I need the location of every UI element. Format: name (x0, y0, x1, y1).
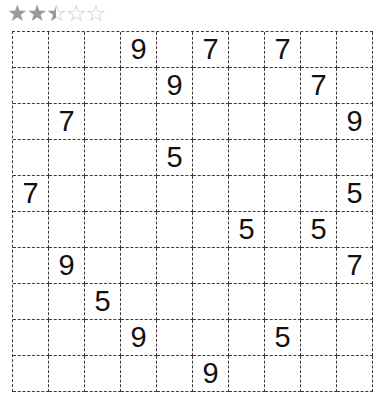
cell-r2c5[interactable]: 9 (157, 68, 193, 104)
cell-r3c2[interactable]: 7 (49, 104, 85, 140)
given-digit: 5 (310, 212, 326, 247)
cell-r1c2[interactable] (49, 32, 85, 68)
cell-r5c7[interactable] (229, 176, 265, 212)
cell-r5c6[interactable] (193, 176, 229, 212)
cell-r9c3[interactable] (85, 320, 121, 356)
cell-r4c2[interactable] (49, 140, 85, 176)
given-digit: 9 (130, 320, 146, 355)
cell-r7c3[interactable] (85, 248, 121, 284)
cell-r3c9[interactable] (301, 104, 337, 140)
cell-r4c4[interactable] (121, 140, 157, 176)
star-full-icon: ★ (7, 1, 27, 25)
cell-r1c9[interactable] (301, 32, 337, 68)
star-half-fill: ★ (46, 1, 56, 25)
cell-r6c6[interactable] (193, 212, 229, 248)
cell-r5c2[interactable] (49, 176, 85, 212)
cell-r9c7[interactable] (229, 320, 265, 356)
cell-r5c9[interactable] (301, 176, 337, 212)
cell-r4c7[interactable] (229, 140, 265, 176)
cell-r7c2[interactable]: 9 (49, 248, 85, 284)
cell-r5c3[interactable] (85, 176, 121, 212)
cell-r9c9[interactable] (301, 320, 337, 356)
cell-r1c5[interactable] (157, 32, 193, 68)
given-digit: 5 (274, 320, 290, 355)
cell-r1c6[interactable]: 7 (193, 32, 229, 68)
cell-r1c7[interactable] (229, 32, 265, 68)
cell-r9c2[interactable] (49, 320, 85, 356)
cell-r6c4[interactable] (121, 212, 157, 248)
given-digit: 7 (310, 68, 326, 103)
cell-r9c4[interactable]: 9 (121, 320, 157, 356)
cell-r3c3[interactable] (85, 104, 121, 140)
cell-r8c8[interactable] (265, 284, 301, 320)
cell-r4c6[interactable] (193, 140, 229, 176)
cell-r2c7[interactable] (229, 68, 265, 104)
cell-r7c7[interactable] (229, 248, 265, 284)
cell-r8c4[interactable] (121, 284, 157, 320)
cell-r8c3[interactable]: 5 (85, 284, 121, 320)
star-half-icon: ☆★ (46, 1, 66, 25)
cell-r10c10[interactable] (337, 356, 373, 392)
given-digit: 5 (94, 284, 110, 319)
cell-r3c1[interactable] (13, 104, 49, 140)
cell-r5c10[interactable]: 5 (337, 176, 373, 212)
cell-r4c9[interactable] (301, 140, 337, 176)
cell-r3c5[interactable] (157, 104, 193, 140)
cell-r4c3[interactable] (85, 140, 121, 176)
cell-r7c4[interactable] (121, 248, 157, 284)
cell-r3c10[interactable]: 9 (337, 104, 373, 140)
difficulty-rating: ★★☆★☆☆ (7, 1, 105, 25)
cell-r8c7[interactable] (229, 284, 265, 320)
cell-r4c8[interactable] (265, 140, 301, 176)
cell-r7c10[interactable]: 7 (337, 248, 373, 284)
cell-r2c1[interactable] (13, 68, 49, 104)
cell-r1c1[interactable] (13, 32, 49, 68)
cell-r3c8[interactable] (265, 104, 301, 140)
cell-r10c7[interactable] (229, 356, 265, 392)
given-digit: 7 (202, 32, 218, 67)
cell-r5c4[interactable] (121, 176, 157, 212)
cell-r10c5[interactable] (157, 356, 193, 392)
given-digit: 9 (346, 104, 362, 139)
cell-r2c3[interactable] (85, 68, 121, 104)
cell-r1c4[interactable]: 9 (121, 32, 157, 68)
cell-r10c4[interactable] (121, 356, 157, 392)
cell-r2c10[interactable] (337, 68, 373, 104)
cell-r3c7[interactable] (229, 104, 265, 140)
cell-r2c4[interactable] (121, 68, 157, 104)
given-digit: 9 (130, 32, 146, 67)
cell-r2c9[interactable]: 7 (301, 68, 337, 104)
cell-r8c2[interactable] (49, 284, 85, 320)
cell-r9c8[interactable]: 5 (265, 320, 301, 356)
cell-r8c5[interactable] (157, 284, 193, 320)
cell-r7c5[interactable] (157, 248, 193, 284)
cell-r6c3[interactable] (85, 212, 121, 248)
star-empty-icon: ☆ (66, 1, 86, 25)
cell-r5c8[interactable] (265, 176, 301, 212)
given-digit: 5 (166, 140, 182, 175)
cell-r8c1[interactable] (13, 284, 49, 320)
given-digit: 7 (58, 104, 74, 139)
cell-r10c1[interactable] (13, 356, 49, 392)
cell-r10c3[interactable] (85, 356, 121, 392)
given-digit: 9 (202, 356, 218, 391)
cell-r10c8[interactable] (265, 356, 301, 392)
given-digit: 9 (166, 68, 182, 103)
given-digit: 7 (274, 32, 290, 67)
cell-r4c5[interactable]: 5 (157, 140, 193, 176)
cell-r7c9[interactable] (301, 248, 337, 284)
cell-r9c10[interactable] (337, 320, 373, 356)
cell-r4c10[interactable] (337, 140, 373, 176)
given-digit: 5 (346, 176, 362, 211)
cell-r9c5[interactable] (157, 320, 193, 356)
given-digit: 9 (58, 248, 74, 283)
cell-r8c10[interactable] (337, 284, 373, 320)
cell-r6c1[interactable] (13, 212, 49, 248)
star-full-icon: ★ (27, 1, 47, 25)
cell-r7c8[interactable] (265, 248, 301, 284)
puzzle-page: ★★☆★☆☆ 977977957555975959 (0, 0, 388, 406)
cell-r8c9[interactable] (301, 284, 337, 320)
star-empty-icon: ☆ (86, 1, 106, 25)
given-digit: 7 (22, 176, 38, 211)
cell-r1c3[interactable] (85, 32, 121, 68)
cell-r2c2[interactable] (49, 68, 85, 104)
cell-r6c2[interactable] (49, 212, 85, 248)
puzzle-board: 977977957555975959 (12, 31, 373, 392)
cell-r5c1[interactable]: 7 (13, 176, 49, 212)
cell-r6c5[interactable] (157, 212, 193, 248)
cell-r1c10[interactable] (337, 32, 373, 68)
cell-r6c8[interactable] (265, 212, 301, 248)
cell-r6c10[interactable] (337, 212, 373, 248)
cell-r3c6[interactable] (193, 104, 229, 140)
cell-r4c1[interactable] (13, 140, 49, 176)
cell-r6c9[interactable]: 5 (301, 212, 337, 248)
cell-r10c2[interactable] (49, 356, 85, 392)
cell-r3c4[interactable] (121, 104, 157, 140)
cell-r7c1[interactable] (13, 248, 49, 284)
cell-r5c5[interactable] (157, 176, 193, 212)
cell-r2c6[interactable] (193, 68, 229, 104)
cell-r2c8[interactable] (265, 68, 301, 104)
cell-r9c1[interactable] (13, 320, 49, 356)
cell-r1c8[interactable]: 7 (265, 32, 301, 68)
cell-r10c9[interactable] (301, 356, 337, 392)
cell-r10c6[interactable]: 9 (193, 356, 229, 392)
cell-r6c7[interactable]: 5 (229, 212, 265, 248)
given-digit: 7 (346, 248, 362, 283)
cell-r8c6[interactable] (193, 284, 229, 320)
given-digit: 5 (238, 212, 254, 247)
cell-r9c6[interactable] (193, 320, 229, 356)
cell-r7c6[interactable] (193, 248, 229, 284)
